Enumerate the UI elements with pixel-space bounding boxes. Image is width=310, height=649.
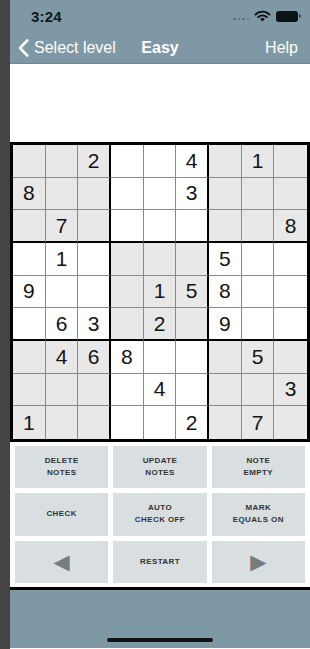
cell-r6c1[interactable] — [13, 308, 46, 341]
cell-r8c3[interactable] — [78, 374, 111, 407]
cell-r1c2[interactable] — [46, 145, 79, 178]
cell-r5c3[interactable] — [78, 276, 111, 309]
wifi-icon — [254, 10, 271, 22]
cell-r4c9[interactable] — [274, 243, 307, 276]
cell-r1c1[interactable] — [13, 145, 46, 178]
cell-r3c7[interactable] — [209, 210, 242, 243]
cell-r7c7[interactable] — [209, 341, 242, 374]
cell-r1c6[interactable]: 4 — [176, 145, 209, 178]
delete-notes-button[interactable]: DELETE NOTES — [15, 446, 108, 488]
cell-r7c4[interactable]: 8 — [111, 341, 144, 374]
cell-r3c9[interactable]: 8 — [274, 210, 307, 243]
cell-r8c2[interactable] — [46, 374, 79, 407]
cell-r2c1[interactable]: 8 — [13, 178, 46, 211]
cell-r2c3[interactable] — [78, 178, 111, 211]
cell-r9c4[interactable] — [111, 406, 144, 439]
cell-r7c9[interactable] — [274, 341, 307, 374]
status-bar: 3:24 — [10, 0, 310, 32]
cell-r1c3[interactable]: 2 — [78, 145, 111, 178]
cell-r2c4[interactable] — [111, 178, 144, 211]
next-puzzle-button[interactable]: ▶ — [212, 541, 305, 583]
navigation-bar: Select level Easy Help — [10, 32, 310, 64]
cell-r3c8[interactable] — [242, 210, 275, 243]
cell-r6c8[interactable] — [242, 308, 275, 341]
cell-r5c6[interactable]: 5 — [176, 276, 209, 309]
restart-button[interactable]: RESTART — [113, 541, 206, 583]
cell-r2c8[interactable] — [242, 178, 275, 211]
cell-r9c6[interactable]: 2 — [176, 406, 209, 439]
cell-r4c1[interactable] — [13, 243, 46, 276]
cell-r3c5[interactable] — [144, 210, 177, 243]
cell-r7c1[interactable] — [13, 341, 46, 374]
back-button[interactable]: Select level — [18, 39, 116, 57]
iphone-screen: 3:24 Select level Easy Help 241837815915… — [10, 0, 310, 649]
cell-r1c9[interactable] — [274, 145, 307, 178]
cell-r4c2[interactable]: 1 — [46, 243, 79, 276]
cell-r4c8[interactable] — [242, 243, 275, 276]
cell-r8c5[interactable]: 4 — [144, 374, 177, 407]
help-button[interactable]: Help — [265, 39, 298, 57]
cell-r2c7[interactable] — [209, 178, 242, 211]
status-icons — [233, 10, 298, 22]
cell-r7c6[interactable] — [176, 341, 209, 374]
status-time: 3:24 — [31, 8, 62, 25]
cell-r6c5[interactable]: 2 — [144, 308, 177, 341]
cell-r8c9[interactable]: 3 — [274, 374, 307, 407]
mark-equals-toggle-button[interactable]: MARK EQUALS ON — [212, 493, 305, 535]
content-spacer — [10, 64, 310, 142]
cell-r5c9[interactable] — [274, 276, 307, 309]
cell-r9c9[interactable] — [274, 406, 307, 439]
back-button-label: Select level — [34, 39, 116, 57]
cell-r6c2[interactable]: 6 — [46, 308, 79, 341]
cell-r1c4[interactable] — [111, 145, 144, 178]
cell-r4c5[interactable] — [144, 243, 177, 276]
cell-r3c6[interactable] — [176, 210, 209, 243]
note-empty-button[interactable]: NOTE EMPTY — [212, 446, 305, 488]
cell-r3c2[interactable]: 7 — [46, 210, 79, 243]
cell-r1c8[interactable]: 1 — [242, 145, 275, 178]
cell-r4c4[interactable] — [111, 243, 144, 276]
cell-r6c9[interactable] — [274, 308, 307, 341]
cell-r5c7[interactable]: 8 — [209, 276, 242, 309]
cell-r5c4[interactable] — [111, 276, 144, 309]
cell-r8c1[interactable] — [13, 374, 46, 407]
cell-r1c7[interactable] — [209, 145, 242, 178]
cell-r9c1[interactable]: 1 — [13, 406, 46, 439]
check-button[interactable]: CHECK — [15, 493, 108, 535]
cell-r6c3[interactable]: 3 — [78, 308, 111, 341]
cell-r6c4[interactable] — [111, 308, 144, 341]
control-panel: DELETE NOTES UPDATE NOTES NOTE EMPTY CHE… — [10, 442, 310, 590]
cell-r9c8[interactable]: 7 — [242, 406, 275, 439]
cell-r6c7[interactable]: 9 — [209, 308, 242, 341]
cell-r3c3[interactable] — [78, 210, 111, 243]
cell-r6c6[interactable] — [176, 308, 209, 341]
cell-r3c4[interactable] — [111, 210, 144, 243]
cell-r4c6[interactable] — [176, 243, 209, 276]
cell-r8c7[interactable] — [209, 374, 242, 407]
home-indicator[interactable] — [107, 638, 213, 643]
cell-r8c6[interactable] — [176, 374, 209, 407]
cell-r2c5[interactable] — [144, 178, 177, 211]
cell-r7c2[interactable]: 4 — [46, 341, 79, 374]
cell-r2c2[interactable] — [46, 178, 79, 211]
auto-check-toggle-button[interactable]: AUTO CHECK OFF — [113, 493, 206, 535]
battery-icon — [276, 11, 298, 22]
previous-puzzle-button[interactable]: ◀ — [15, 541, 108, 583]
cell-r5c2[interactable] — [46, 276, 79, 309]
cell-r1c5[interactable] — [144, 145, 177, 178]
cell-r4c7[interactable]: 5 — [209, 243, 242, 276]
cellular-signal-icon — [233, 10, 249, 22]
cell-r7c3[interactable]: 6 — [78, 341, 111, 374]
cell-r7c8[interactable]: 5 — [242, 341, 275, 374]
cell-r5c5[interactable]: 1 — [144, 276, 177, 309]
cell-r9c5[interactable] — [144, 406, 177, 439]
cell-r5c8[interactable] — [242, 276, 275, 309]
cell-r5c1[interactable]: 9 — [13, 276, 46, 309]
update-notes-button[interactable]: UPDATE NOTES — [113, 446, 206, 488]
sudoku-board: 24183781591586329468543127 — [10, 142, 310, 442]
cell-r9c3[interactable] — [78, 406, 111, 439]
cell-r9c2[interactable] — [46, 406, 79, 439]
chevron-left-icon — [18, 39, 29, 57]
cell-r9c7[interactable] — [209, 406, 242, 439]
cell-r2c6[interactable]: 3 — [176, 178, 209, 211]
cell-r7c5[interactable] — [144, 341, 177, 374]
bottom-chrome — [10, 590, 310, 648]
cell-r2c9[interactable] — [274, 178, 307, 211]
cell-r8c8[interactable] — [242, 374, 275, 407]
cell-r3c1[interactable] — [13, 210, 46, 243]
cell-r4c3[interactable] — [78, 243, 111, 276]
cell-r8c4[interactable] — [111, 374, 144, 407]
